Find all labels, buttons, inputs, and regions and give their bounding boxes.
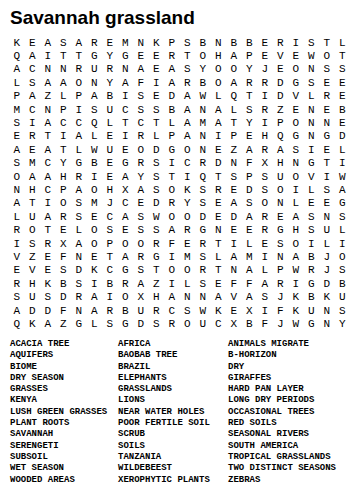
grid-cell[interactable]: N [133, 36, 149, 49]
grid-cell[interactable]: A [40, 170, 56, 183]
grid-cell[interactable]: C [40, 183, 56, 196]
grid-cell[interactable]: A [273, 143, 289, 156]
grid-cell[interactable]: M [195, 116, 211, 129]
grid-cell[interactable]: T [242, 90, 258, 103]
grid-cell[interactable]: I [25, 116, 41, 129]
grid-cell[interactable]: M [87, 197, 103, 210]
grid-cell[interactable]: M [242, 250, 258, 263]
grid-cell[interactable]: D [164, 90, 180, 103]
grid-cell[interactable]: B [335, 277, 351, 290]
grid-cell[interactable]: E [102, 157, 118, 170]
grid-cell[interactable]: P [164, 130, 180, 143]
grid-cell[interactable]: A [133, 63, 149, 76]
grid-cell[interactable]: E [102, 36, 118, 49]
grid-cell[interactable]: K [319, 290, 335, 303]
grid-cell[interactable]: I [164, 277, 180, 290]
grid-cell[interactable]: F [242, 277, 258, 290]
grid-cell[interactable]: A [226, 197, 242, 210]
grid-cell[interactable]: C [133, 116, 149, 129]
grid-cell[interactable]: E [118, 223, 134, 236]
grid-cell[interactable]: C [118, 103, 134, 116]
grid-cell[interactable]: D [273, 90, 289, 103]
grid-cell[interactable]: Q [9, 317, 25, 330]
grid-cell[interactable]: N [40, 63, 56, 76]
grid-cell[interactable]: L [164, 116, 180, 129]
grid-cell[interactable]: L [335, 36, 351, 49]
grid-cell[interactable]: V [273, 49, 289, 62]
grid-cell[interactable]: R [133, 250, 149, 263]
grid-cell[interactable]: L [319, 237, 335, 250]
grid-cell[interactable]: S [242, 103, 258, 116]
grid-cell[interactable]: S [195, 277, 211, 290]
grid-cell[interactable]: A [226, 49, 242, 62]
grid-cell[interactable]: Q [9, 49, 25, 62]
grid-cell[interactable]: A [180, 90, 196, 103]
grid-cell[interactable]: I [40, 197, 56, 210]
grid-cell[interactable]: A [180, 130, 196, 143]
grid-cell[interactable]: K [180, 183, 196, 196]
grid-cell[interactable]: R [87, 36, 103, 49]
grid-cell[interactable]: I [288, 277, 304, 290]
grid-cell[interactable]: N [211, 223, 227, 236]
grid-cell[interactable]: E [319, 143, 335, 156]
grid-cell[interactable]: S [180, 304, 196, 317]
grid-cell[interactable]: G [288, 76, 304, 89]
grid-cell[interactable]: I [87, 277, 103, 290]
grid-cell[interactable]: S [56, 36, 72, 49]
grid-cell[interactable]: O [180, 143, 196, 156]
grid-cell[interactable]: F [257, 317, 273, 330]
grid-cell[interactable]: G [118, 317, 134, 330]
grid-cell[interactable]: N [319, 304, 335, 317]
grid-cell[interactable]: N [273, 250, 289, 263]
grid-cell[interactable]: T [226, 116, 242, 129]
grid-cell[interactable]: E [87, 250, 103, 263]
grid-cell[interactable]: F [56, 250, 72, 263]
grid-cell[interactable]: O [87, 223, 103, 236]
grid-cell[interactable]: S [319, 63, 335, 76]
grid-cell[interactable]: N [226, 157, 242, 170]
grid-cell[interactable]: A [71, 36, 87, 49]
grid-cell[interactable]: E [273, 210, 289, 223]
grid-cell[interactable]: R [149, 237, 165, 250]
grid-cell[interactable]: Y [242, 116, 258, 129]
grid-cell[interactable]: L [149, 130, 165, 143]
grid-cell[interactable]: S [71, 277, 87, 290]
grid-cell[interactable]: B [195, 76, 211, 89]
grid-cell[interactable]: N [71, 304, 87, 317]
grid-cell[interactable]: H [102, 183, 118, 196]
grid-cell[interactable]: E [226, 223, 242, 236]
grid-cell[interactable]: I [180, 170, 196, 183]
grid-cell[interactable]: R [164, 49, 180, 62]
grid-cell[interactable]: Z [226, 143, 242, 156]
grid-cell[interactable]: H [25, 277, 41, 290]
grid-cell[interactable]: L [211, 90, 227, 103]
grid-cell[interactable]: A [164, 76, 180, 89]
grid-cell[interactable]: P [56, 183, 72, 196]
grid-cell[interactable]: M [9, 103, 25, 116]
grid-cell[interactable]: W [149, 210, 165, 223]
grid-cell[interactable]: E [40, 264, 56, 277]
grid-cell[interactable]: K [40, 277, 56, 290]
grid-cell[interactable]: O [56, 197, 72, 210]
grid-cell[interactable]: Y [180, 197, 196, 210]
grid-cell[interactable]: M [25, 157, 41, 170]
grid-cell[interactable]: S [9, 116, 25, 129]
grid-cell[interactable]: O [87, 183, 103, 196]
grid-cell[interactable]: S [273, 237, 289, 250]
grid-cell[interactable]: O [133, 143, 149, 156]
grid-cell[interactable]: A [133, 277, 149, 290]
grid-cell[interactable]: G [304, 277, 320, 290]
grid-cell[interactable]: K [211, 304, 227, 317]
grid-cell[interactable]: G [335, 197, 351, 210]
grid-cell[interactable]: X [118, 183, 134, 196]
grid-cell[interactable]: A [118, 76, 134, 89]
grid-cell[interactable]: S [242, 197, 258, 210]
grid-cell[interactable]: N [87, 76, 103, 89]
grid-cell[interactable]: Q [87, 116, 103, 129]
grid-cell[interactable]: T [319, 36, 335, 49]
grid-cell[interactable]: L [211, 250, 227, 263]
grid-cell[interactable]: F [133, 76, 149, 89]
grid-cell[interactable]: O [25, 223, 41, 236]
grid-cell[interactable]: P [56, 103, 72, 116]
grid-cell[interactable]: D [273, 76, 289, 89]
grid-cell[interactable]: L [304, 90, 320, 103]
grid-cell[interactable]: X [133, 290, 149, 303]
grid-cell[interactable]: A [180, 116, 196, 129]
grid-cell[interactable]: E [149, 63, 165, 76]
grid-cell[interactable]: A [226, 76, 242, 89]
grid-cell[interactable]: D [25, 304, 41, 317]
grid-cell[interactable]: N [195, 103, 211, 116]
grid-cell[interactable]: I [87, 170, 103, 183]
grid-cell[interactable]: A [242, 264, 258, 277]
grid-cell[interactable]: I [288, 36, 304, 49]
grid-cell[interactable]: M [180, 250, 196, 263]
grid-cell[interactable]: E [25, 36, 41, 49]
grid-cell[interactable]: S [288, 143, 304, 156]
grid-cell[interactable]: A [9, 63, 25, 76]
grid-cell[interactable]: E [257, 237, 273, 250]
grid-cell[interactable]: E [149, 90, 165, 103]
grid-cell[interactable]: P [102, 237, 118, 250]
grid-cell[interactable]: G [118, 264, 134, 277]
grid-cell[interactable]: S [335, 63, 351, 76]
grid-cell[interactable]: B [195, 36, 211, 49]
grid-cell[interactable]: O [273, 183, 289, 196]
grid-cell[interactable]: N [226, 264, 242, 277]
grid-cell[interactable]: A [71, 237, 87, 250]
grid-cell[interactable]: I [118, 130, 134, 143]
grid-cell[interactable]: F [242, 157, 258, 170]
grid-cell[interactable]: N [118, 63, 134, 76]
grid-cell[interactable]: S [133, 90, 149, 103]
grid-cell[interactable]: J [319, 264, 335, 277]
grid-cell[interactable]: R [257, 103, 273, 116]
grid-cell[interactable]: E [56, 223, 72, 236]
grid-cell[interactable]: J [273, 290, 289, 303]
grid-cell[interactable]: O [133, 237, 149, 250]
grid-cell[interactable]: S [87, 103, 103, 116]
grid-cell[interactable]: T [102, 250, 118, 263]
grid-cell[interactable]: E [87, 210, 103, 223]
grid-cell[interactable]: L [102, 116, 118, 129]
grid-cell[interactable]: P [273, 116, 289, 129]
grid-cell[interactable]: A [226, 250, 242, 263]
grid-cell[interactable]: T [25, 197, 41, 210]
grid-cell[interactable]: E [180, 237, 196, 250]
grid-cell[interactable]: I [211, 130, 227, 143]
grid-cell[interactable]: K [288, 290, 304, 303]
grid-cell[interactable]: I [9, 237, 25, 250]
grid-cell[interactable]: Z [273, 103, 289, 116]
grid-cell[interactable]: W [304, 49, 320, 62]
grid-cell[interactable]: O [71, 76, 87, 89]
grid-cell[interactable]: W [195, 90, 211, 103]
grid-cell[interactable]: H [273, 157, 289, 170]
grid-cell[interactable]: S [335, 264, 351, 277]
grid-cell[interactable]: E [211, 197, 227, 210]
grid-cell[interactable]: B [164, 103, 180, 116]
grid-cell[interactable]: S [226, 170, 242, 183]
grid-cell[interactable]: R [71, 290, 87, 303]
grid-cell[interactable]: L [335, 143, 351, 156]
grid-cell[interactable]: I [164, 250, 180, 263]
grid-cell[interactable]: P [164, 36, 180, 49]
grid-cell[interactable]: A [87, 290, 103, 303]
grid-cell[interactable]: I [335, 157, 351, 170]
grid-cell[interactable]: G [118, 49, 134, 62]
grid-cell[interactable]: Z [25, 250, 41, 263]
grid-cell[interactable]: A [164, 290, 180, 303]
grid-cell[interactable]: R [9, 223, 25, 236]
grid-cell[interactable]: R [25, 130, 41, 143]
grid-cell[interactable]: B [226, 36, 242, 49]
grid-cell[interactable]: S [195, 250, 211, 263]
grid-cell[interactable]: V [288, 90, 304, 103]
grid-cell[interactable]: G [149, 250, 165, 263]
grid-cell[interactable]: E [9, 130, 25, 143]
grid-cell[interactable]: Y [335, 317, 351, 330]
grid-cell[interactable]: L [257, 264, 273, 277]
grid-cell[interactable]: C [180, 157, 196, 170]
grid-cell[interactable]: R [273, 277, 289, 290]
grid-cell[interactable]: D [319, 277, 335, 290]
grid-cell[interactable]: R [304, 264, 320, 277]
grid-cell[interactable]: V [9, 250, 25, 263]
grid-cell[interactable]: A [40, 317, 56, 330]
grid-cell[interactable]: A [25, 49, 41, 62]
grid-cell[interactable]: D [149, 197, 165, 210]
grid-cell[interactable]: E [304, 197, 320, 210]
grid-cell[interactable]: F [56, 304, 72, 317]
grid-cell[interactable]: W [195, 304, 211, 317]
grid-cell[interactable]: K [87, 264, 103, 277]
grid-cell[interactable]: R [149, 304, 165, 317]
grid-cell[interactable]: A [25, 90, 41, 103]
grid-cell[interactable]: G [195, 223, 211, 236]
grid-cell[interactable]: E [288, 103, 304, 116]
grid-cell[interactable]: A [180, 103, 196, 116]
grid-cell[interactable]: G [118, 157, 134, 170]
grid-cell[interactable]: O [288, 116, 304, 129]
grid-cell[interactable]: S [25, 76, 41, 89]
grid-cell[interactable]: N [319, 116, 335, 129]
grid-cell[interactable]: B [335, 103, 351, 116]
grid-cell[interactable]: B [56, 277, 72, 290]
grid-cell[interactable]: L [304, 183, 320, 196]
grid-cell[interactable]: S [149, 183, 165, 196]
grid-cell[interactable]: Q [273, 130, 289, 143]
grid-cell[interactable]: H [25, 183, 41, 196]
grid-cell[interactable]: N [304, 130, 320, 143]
grid-cell[interactable]: I [118, 90, 134, 103]
grid-cell[interactable]: G [304, 317, 320, 330]
grid-cell[interactable]: O [257, 197, 273, 210]
grid-cell[interactable]: E [9, 264, 25, 277]
grid-cell[interactable]: R [118, 277, 134, 290]
grid-cell[interactable]: E [226, 304, 242, 317]
grid-cell[interactable]: N [40, 103, 56, 116]
grid-cell[interactable]: S [149, 103, 165, 116]
grid-cell[interactable]: S [102, 317, 118, 330]
grid-cell[interactable]: J [273, 317, 289, 330]
grid-cell[interactable]: I [149, 76, 165, 89]
grid-cell[interactable]: Y [102, 76, 118, 89]
grid-cell[interactable]: B [304, 250, 320, 263]
grid-cell[interactable]: S [102, 223, 118, 236]
grid-cell[interactable]: C [56, 116, 72, 129]
grid-cell[interactable]: I [102, 290, 118, 303]
grid-cell[interactable]: S [149, 170, 165, 183]
grid-cell[interactable]: I [288, 183, 304, 196]
grid-cell[interactable]: J [102, 197, 118, 210]
grid-cell[interactable]: G [164, 143, 180, 156]
grid-cell[interactable]: Y [56, 157, 72, 170]
grid-cell[interactable]: C [102, 210, 118, 223]
grid-cell[interactable]: R [40, 237, 56, 250]
grid-cell[interactable]: A [40, 143, 56, 156]
grid-cell[interactable]: J [319, 250, 335, 263]
grid-cell[interactable]: R [102, 304, 118, 317]
grid-cell[interactable]: S [71, 210, 87, 223]
grid-cell[interactable]: N [304, 103, 320, 116]
grid-cell[interactable]: S [40, 290, 56, 303]
grid-cell[interactable]: O [288, 63, 304, 76]
grid-cell[interactable]: T [211, 237, 227, 250]
grid-cell[interactable]: O [180, 264, 196, 277]
grid-cell[interactable]: E [319, 197, 335, 210]
grid-cell[interactable]: A [9, 143, 25, 156]
grid-cell[interactable]: L [87, 130, 103, 143]
grid-cell[interactable]: H [56, 170, 72, 183]
grid-cell[interactable]: L [180, 277, 196, 290]
grid-cell[interactable]: U [273, 170, 289, 183]
grid-cell[interactable]: P [226, 130, 242, 143]
grid-cell[interactable]: R [319, 90, 335, 103]
grid-cell[interactable]: D [195, 210, 211, 223]
grid-cell[interactable]: E [319, 103, 335, 116]
grid-cell[interactable]: O [211, 63, 227, 76]
grid-cell[interactable]: A [133, 183, 149, 196]
grid-cell[interactable]: S [304, 36, 320, 49]
grid-cell[interactable]: O [180, 210, 196, 223]
grid-cell[interactable]: T [56, 143, 72, 156]
grid-cell[interactable]: W [87, 143, 103, 156]
grid-cell[interactable]: B [242, 317, 258, 330]
grid-cell[interactable]: A [25, 170, 41, 183]
grid-cell[interactable]: Z [40, 90, 56, 103]
grid-cell[interactable]: C [71, 116, 87, 129]
grid-cell[interactable]: E [102, 170, 118, 183]
grid-cell[interactable]: E [319, 76, 335, 89]
grid-cell[interactable]: A [242, 143, 258, 156]
grid-cell[interactable]: X [56, 237, 72, 250]
grid-cell[interactable]: I [56, 130, 72, 143]
grid-cell[interactable]: W [335, 170, 351, 183]
grid-cell[interactable]: S [9, 290, 25, 303]
grid-cell[interactable]: U [87, 63, 103, 76]
grid-cell[interactable]: A [87, 90, 103, 103]
grid-cell[interactable]: R [257, 210, 273, 223]
grid-cell[interactable]: R [9, 277, 25, 290]
grid-cell[interactable]: E [118, 143, 134, 156]
grid-cell[interactable]: A [40, 36, 56, 49]
grid-cell[interactable]: S [319, 183, 335, 196]
grid-cell[interactable]: G [319, 130, 335, 143]
grid-cell[interactable]: X [257, 157, 273, 170]
grid-cell[interactable]: Q [226, 90, 242, 103]
grid-cell[interactable]: L [226, 103, 242, 116]
grid-cell[interactable]: U [133, 304, 149, 317]
grid-cell[interactable]: N [195, 290, 211, 303]
grid-cell[interactable]: O [180, 317, 196, 330]
grid-cell[interactable]: P [242, 49, 258, 62]
grid-cell[interactable]: I [304, 237, 320, 250]
grid-cell[interactable]: E [335, 90, 351, 103]
grid-cell[interactable]: N [211, 36, 227, 49]
grid-cell[interactable]: F [164, 237, 180, 250]
grid-cell[interactable]: O [87, 237, 103, 250]
grid-cell[interactable]: R [56, 210, 72, 223]
grid-cell[interactable]: K [9, 36, 25, 49]
grid-cell[interactable]: R [195, 157, 211, 170]
grid-cell[interactable]: B [304, 290, 320, 303]
grid-cell[interactable]: S [195, 183, 211, 196]
grid-cell[interactable]: C [102, 264, 118, 277]
grid-cell[interactable]: U [102, 103, 118, 116]
grid-cell[interactable]: L [9, 210, 25, 223]
grid-cell[interactable]: S [257, 290, 273, 303]
grid-cell[interactable]: Q [195, 170, 211, 183]
grid-cell[interactable]: W [288, 317, 304, 330]
grid-cell[interactable]: E [226, 183, 242, 196]
grid-cell[interactable]: P [273, 264, 289, 277]
grid-cell[interactable]: C [40, 157, 56, 170]
grid-cell[interactable]: S [133, 210, 149, 223]
grid-cell[interactable]: C [25, 103, 41, 116]
grid-cell[interactable]: N [195, 130, 211, 143]
grid-cell[interactable]: G [288, 130, 304, 143]
grid-cell[interactable]: U [304, 304, 320, 317]
grid-cell[interactable]: O [118, 237, 134, 250]
grid-cell[interactable]: T [56, 49, 72, 62]
grid-cell[interactable]: I [257, 250, 273, 263]
grid-cell[interactable]: H [257, 130, 273, 143]
